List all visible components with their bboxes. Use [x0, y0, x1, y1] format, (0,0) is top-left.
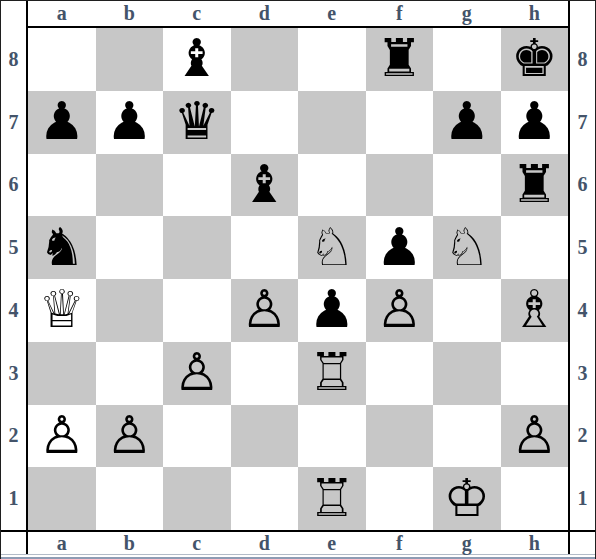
square-e5[interactable]: ♘ — [298, 216, 366, 279]
piece-white-pawn: ♙ — [241, 283, 288, 335]
square-g4[interactable] — [433, 279, 501, 342]
piece-white-pawn: ♙ — [376, 283, 423, 335]
square-b8[interactable] — [96, 28, 164, 91]
piece-black-king: ♚ — [511, 32, 558, 84]
square-g3[interactable] — [433, 342, 501, 405]
rank-label-left-7: 7 — [1, 91, 28, 154]
square-b7[interactable]: ♟ — [96, 91, 164, 154]
file-label-top-e: e — [298, 1, 366, 28]
square-c1[interactable] — [163, 467, 231, 530]
rank-label-right-8: 8 — [568, 28, 595, 91]
file-label-bottom-a: a — [28, 530, 96, 554]
square-h8[interactable]: ♚ — [501, 28, 569, 91]
square-h1[interactable] — [501, 467, 569, 530]
chessboard: abcdefgh8♝♜♚87♟♟♛♟♟76♝♜65♞♘♟♘54♕♙♟♙♗43♙♖… — [1, 1, 595, 554]
piece-black-rook: ♜ — [511, 158, 558, 210]
file-label-bottom-g: g — [433, 530, 501, 554]
file-label-bottom-b: b — [96, 530, 164, 554]
piece-white-pawn: ♙ — [106, 409, 153, 461]
square-c5[interactable] — [163, 216, 231, 279]
file-label-top-h: h — [501, 1, 569, 28]
square-f3[interactable] — [366, 342, 434, 405]
square-c3[interactable]: ♙ — [163, 342, 231, 405]
square-b2[interactable]: ♙ — [96, 405, 164, 468]
window-bottom-edge — [1, 554, 595, 559]
square-h5[interactable] — [501, 216, 569, 279]
rank-label-left-3: 3 — [1, 342, 28, 405]
square-f6[interactable] — [366, 154, 434, 217]
square-e1[interactable]: ♖ — [298, 467, 366, 530]
piece-white-pawn: ♙ — [511, 409, 558, 461]
square-a1[interactable] — [28, 467, 96, 530]
square-c6[interactable] — [163, 154, 231, 217]
square-g1[interactable]: ♔ — [433, 467, 501, 530]
square-h7[interactable]: ♟ — [501, 91, 569, 154]
file-label-top-a: a — [28, 1, 96, 28]
square-e8[interactable] — [298, 28, 366, 91]
corner-cell-top-right — [568, 1, 595, 28]
square-a5[interactable]: ♞ — [28, 216, 96, 279]
square-d4[interactable]: ♙ — [231, 279, 299, 342]
square-f7[interactable] — [366, 91, 434, 154]
piece-black-bishop: ♝ — [173, 32, 220, 84]
square-f4[interactable]: ♙ — [366, 279, 434, 342]
square-b3[interactable] — [96, 342, 164, 405]
square-d2[interactable] — [231, 405, 299, 468]
square-c4[interactable] — [163, 279, 231, 342]
file-label-top-c: c — [163, 1, 231, 28]
square-d7[interactable] — [231, 91, 299, 154]
rank-label-left-4: 4 — [1, 279, 28, 342]
square-c7[interactable]: ♛ — [163, 91, 231, 154]
square-d5[interactable] — [231, 216, 299, 279]
square-b5[interactable] — [96, 216, 164, 279]
file-label-top-f: f — [366, 1, 434, 28]
piece-black-pawn: ♟ — [511, 95, 558, 147]
square-e6[interactable] — [298, 154, 366, 217]
corner-cell-bottom-left — [1, 530, 28, 554]
square-f5[interactable]: ♟ — [366, 216, 434, 279]
piece-white-king: ♔ — [443, 472, 490, 524]
file-label-bottom-d: d — [231, 530, 299, 554]
piece-white-rook: ♖ — [308, 346, 355, 398]
square-e3[interactable]: ♖ — [298, 342, 366, 405]
square-a4[interactable]: ♕ — [28, 279, 96, 342]
file-label-top-d: d — [231, 1, 299, 28]
piece-white-pawn: ♙ — [173, 346, 220, 398]
rank-label-left-5: 5 — [1, 216, 28, 279]
rank-label-right-3: 3 — [568, 342, 595, 405]
corner-cell-top-left — [1, 1, 28, 28]
square-a8[interactable] — [28, 28, 96, 91]
piece-black-pawn: ♟ — [106, 95, 153, 147]
file-label-top-b: b — [96, 1, 164, 28]
piece-white-bishop: ♗ — [511, 283, 558, 335]
file-label-bottom-f: f — [366, 530, 434, 554]
square-e2[interactable] — [298, 405, 366, 468]
rank-label-left-2: 2 — [1, 405, 28, 468]
rank-label-right-4: 4 — [568, 279, 595, 342]
square-h3[interactable] — [501, 342, 569, 405]
piece-black-knight: ♞ — [38, 221, 85, 273]
rank-label-left-8: 8 — [1, 28, 28, 91]
square-h2[interactable]: ♙ — [501, 405, 569, 468]
piece-black-rook: ♜ — [376, 32, 423, 84]
piece-black-queen: ♛ — [173, 95, 220, 147]
square-g2[interactable] — [433, 405, 501, 468]
square-f2[interactable] — [366, 405, 434, 468]
rank-label-left-1: 1 — [1, 467, 28, 530]
square-d1[interactable] — [231, 467, 299, 530]
square-e4[interactable]: ♟ — [298, 279, 366, 342]
piece-white-knight: ♘ — [443, 221, 490, 273]
square-b6[interactable] — [96, 154, 164, 217]
square-d8[interactable] — [231, 28, 299, 91]
square-a7[interactable]: ♟ — [28, 91, 96, 154]
square-g5[interactable]: ♘ — [433, 216, 501, 279]
piece-white-knight: ♘ — [308, 221, 355, 273]
square-f1[interactable] — [366, 467, 434, 530]
square-g7[interactable]: ♟ — [433, 91, 501, 154]
piece-black-pawn: ♟ — [308, 283, 355, 335]
piece-white-pawn: ♙ — [38, 409, 85, 461]
square-c2[interactable] — [163, 405, 231, 468]
rank-label-right-1: 1 — [568, 467, 595, 530]
square-h4[interactable]: ♗ — [501, 279, 569, 342]
piece-black-bishop: ♝ — [241, 158, 288, 210]
corner-cell-bottom-right — [568, 530, 595, 554]
rank-label-right-6: 6 — [568, 154, 595, 217]
rank-label-right-2: 2 — [568, 405, 595, 468]
file-label-bottom-e: e — [298, 530, 366, 554]
square-f8[interactable]: ♜ — [366, 28, 434, 91]
chess-diagram-frame: abcdefgh8♝♜♚87♟♟♛♟♟76♝♜65♞♘♟♘54♕♙♟♙♗43♙♖… — [0, 0, 596, 559]
piece-black-pawn: ♟ — [38, 95, 85, 147]
square-e7[interactable] — [298, 91, 366, 154]
square-d3[interactable] — [231, 342, 299, 405]
square-a3[interactable] — [28, 342, 96, 405]
square-a6[interactable] — [28, 154, 96, 217]
file-label-bottom-c: c — [163, 530, 231, 554]
square-h6[interactable]: ♜ — [501, 154, 569, 217]
rank-label-right-5: 5 — [568, 216, 595, 279]
square-g8[interactable] — [433, 28, 501, 91]
piece-white-queen: ♕ — [38, 283, 85, 335]
file-label-bottom-h: h — [501, 530, 569, 554]
square-a2[interactable]: ♙ — [28, 405, 96, 468]
piece-black-pawn: ♟ — [376, 221, 423, 273]
file-label-top-g: g — [433, 1, 501, 28]
rank-label-right-7: 7 — [568, 91, 595, 154]
piece-black-pawn: ♟ — [443, 95, 490, 147]
square-b1[interactable] — [96, 467, 164, 530]
piece-white-rook: ♖ — [308, 472, 355, 524]
rank-label-left-6: 6 — [1, 154, 28, 217]
square-d6[interactable]: ♝ — [231, 154, 299, 217]
square-g6[interactable] — [433, 154, 501, 217]
square-c8[interactable]: ♝ — [163, 28, 231, 91]
square-b4[interactable] — [96, 279, 164, 342]
